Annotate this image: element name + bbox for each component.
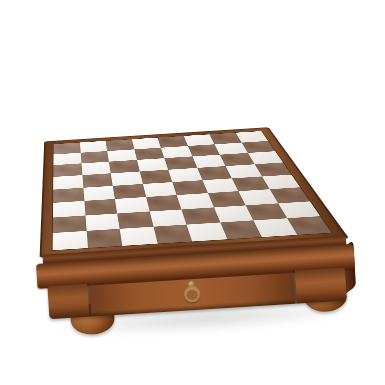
chess-board-grid: [53, 131, 332, 250]
board-top-perspective: [20, 0, 349, 258]
chess-case: [0, 0, 385, 385]
board-square: [153, 225, 192, 244]
board-square: [53, 231, 88, 250]
board-square: [86, 229, 122, 248]
product-photo-scene: [0, 0, 385, 385]
base-left-pilaster: [47, 284, 89, 319]
board-square: [120, 227, 158, 246]
base-right-pilaster: [295, 268, 347, 304]
drawer-ring-pull-icon: [184, 286, 201, 303]
